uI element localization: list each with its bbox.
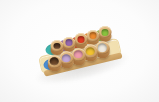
cup-rim (87, 30, 100, 42)
cup-felt-red (77, 36, 85, 43)
cup-felt-orange (89, 32, 97, 39)
cup-rim (75, 33, 88, 45)
cup-felt-pink (74, 51, 83, 59)
cup-back-2-purple[interactable] (63, 37, 76, 49)
cup-rim (47, 55, 62, 68)
cup-felt-white (98, 44, 107, 52)
cup-felt-lavender (62, 54, 71, 62)
cup-felt-green (101, 29, 109, 36)
product-photo-scene (0, 0, 159, 102)
cup-felt-purple (65, 39, 73, 46)
cup-rim (51, 40, 64, 52)
cup-felt-natural (53, 43, 61, 50)
cup-back-4-orange[interactable] (87, 30, 100, 42)
cup-felt-natural (50, 57, 59, 65)
cup-back-1-natural[interactable] (51, 40, 64, 52)
cup-front-1-natural[interactable] (47, 55, 62, 68)
cup-rim (99, 26, 112, 38)
cup-felt-yellow (86, 47, 95, 55)
cups-layer (0, 0, 159, 102)
cup-back-5-green[interactable] (99, 26, 112, 38)
cup-back-3-red[interactable] (75, 33, 88, 45)
cup-rim (63, 37, 76, 49)
